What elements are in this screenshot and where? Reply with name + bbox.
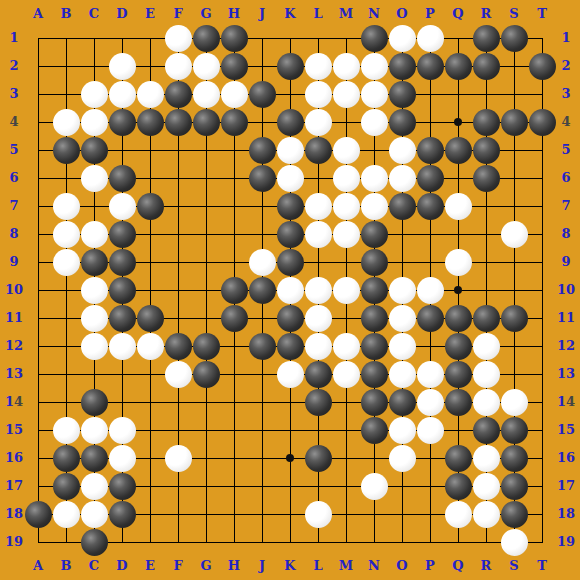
stone-white-B9[interactable] (53, 249, 80, 276)
stone-white-F2[interactable] (165, 53, 192, 80)
stone-black-O3[interactable] (389, 81, 416, 108)
stone-white-L18[interactable] (305, 501, 332, 528)
stone-white-O5[interactable] (389, 137, 416, 164)
stone-black-D17[interactable] (109, 473, 136, 500)
stone-black-J12[interactable] (249, 333, 276, 360)
stone-black-N8[interactable] (361, 221, 388, 248)
stone-black-Q17[interactable] (445, 473, 472, 500)
stone-black-H11[interactable] (221, 305, 248, 332)
row-label-right-14: 14 (552, 393, 580, 411)
stone-black-D9[interactable] (109, 249, 136, 276)
row-label-right-6: 6 (552, 169, 580, 187)
stone-black-A18[interactable] (25, 501, 52, 528)
col-label-bottom-P: P (416, 557, 444, 575)
col-label-bottom-J: J (248, 557, 276, 575)
row-label-left-8: 8 (0, 225, 28, 243)
col-label-top-N: N (360, 5, 388, 23)
star-point-Q10 (454, 286, 462, 294)
row-label-left-4: 4 (0, 113, 28, 131)
col-label-bottom-Q: Q (444, 557, 472, 575)
stone-white-O1[interactable] (389, 25, 416, 52)
stone-black-C9[interactable] (81, 249, 108, 276)
row-label-right-11: 11 (552, 309, 580, 327)
stone-white-Q9[interactable] (445, 249, 472, 276)
stone-white-P1[interactable] (417, 25, 444, 52)
stone-white-K6[interactable] (277, 165, 304, 192)
row-label-right-17: 17 (552, 477, 580, 495)
col-label-top-S: S (500, 5, 528, 23)
stone-black-Q12[interactable] (445, 333, 472, 360)
stone-white-C11[interactable] (81, 305, 108, 332)
row-label-left-7: 7 (0, 197, 28, 215)
stone-white-B15[interactable] (53, 417, 80, 444)
row-label-left-19: 19 (0, 533, 28, 551)
col-label-top-J: J (248, 5, 276, 23)
stone-white-G2[interactable] (193, 53, 220, 80)
stone-black-S4[interactable] (501, 109, 528, 136)
row-label-left-9: 9 (0, 253, 28, 271)
stone-black-K7[interactable] (277, 193, 304, 220)
col-label-bottom-F: F (164, 557, 192, 575)
stone-black-E7[interactable] (137, 193, 164, 220)
stone-black-R15[interactable] (473, 417, 500, 444)
stone-white-O16[interactable] (389, 445, 416, 472)
col-label-bottom-E: E (136, 557, 164, 575)
row-label-right-9: 9 (552, 253, 580, 271)
row-label-right-5: 5 (552, 141, 580, 159)
stone-black-R4[interactable] (473, 109, 500, 136)
stone-black-F3[interactable] (165, 81, 192, 108)
stone-black-N13[interactable] (361, 361, 388, 388)
row-label-right-2: 2 (552, 57, 580, 75)
row-label-right-3: 3 (552, 85, 580, 103)
stone-black-F4[interactable] (165, 109, 192, 136)
stone-black-R11[interactable] (473, 305, 500, 332)
stone-black-O4[interactable] (389, 109, 416, 136)
row-label-right-10: 10 (552, 281, 580, 299)
col-label-top-E: E (136, 5, 164, 23)
stone-white-C15[interactable] (81, 417, 108, 444)
stone-white-F1[interactable] (165, 25, 192, 52)
stone-white-F16[interactable] (165, 445, 192, 472)
stone-black-C16[interactable] (81, 445, 108, 472)
stone-white-O11[interactable] (389, 305, 416, 332)
stone-white-D16[interactable] (109, 445, 136, 472)
row-label-left-3: 3 (0, 85, 28, 103)
col-label-top-O: O (388, 5, 416, 23)
stone-black-Q16[interactable] (445, 445, 472, 472)
stone-white-M8[interactable] (333, 221, 360, 248)
col-label-bottom-O: O (388, 557, 416, 575)
stone-black-G12[interactable] (193, 333, 220, 360)
row-label-left-17: 17 (0, 477, 28, 495)
stone-white-K10[interactable] (277, 277, 304, 304)
goban: AABBCCDDEEFFGGHHJJKKLLMMNNOOPPQQRRSSTT11… (0, 0, 580, 580)
star-point-K16 (286, 454, 294, 462)
stone-white-C6[interactable] (81, 165, 108, 192)
row-label-left-13: 13 (0, 365, 28, 383)
stone-white-C10[interactable] (81, 277, 108, 304)
row-label-right-12: 12 (552, 337, 580, 355)
stone-white-B8[interactable] (53, 221, 80, 248)
col-label-top-F: F (164, 5, 192, 23)
stone-black-H1[interactable] (221, 25, 248, 52)
col-label-bottom-C: C (80, 557, 108, 575)
col-label-top-P: P (416, 5, 444, 23)
stone-white-R14[interactable] (473, 389, 500, 416)
stone-white-R16[interactable] (473, 445, 500, 472)
row-label-right-7: 7 (552, 197, 580, 215)
stone-black-K11[interactable] (277, 305, 304, 332)
stone-white-C4[interactable] (81, 109, 108, 136)
col-label-top-C: C (80, 5, 108, 23)
col-label-top-T: T (528, 5, 556, 23)
stone-white-M3[interactable] (333, 81, 360, 108)
stone-black-O2[interactable] (389, 53, 416, 80)
row-label-right-18: 18 (552, 505, 580, 523)
stone-black-N10[interactable] (361, 277, 388, 304)
row-label-left-5: 5 (0, 141, 28, 159)
stone-black-D4[interactable] (109, 109, 136, 136)
col-label-top-M: M (332, 5, 360, 23)
stone-white-O15[interactable] (389, 417, 416, 444)
col-label-bottom-T: T (528, 557, 556, 575)
stone-black-D8[interactable] (109, 221, 136, 248)
stone-black-C14[interactable] (81, 389, 108, 416)
row-label-left-15: 15 (0, 421, 28, 439)
stone-white-E12[interactable] (137, 333, 164, 360)
stone-black-N1[interactable] (361, 25, 388, 52)
stone-black-D18[interactable] (109, 501, 136, 528)
col-label-bottom-L: L (304, 557, 332, 575)
star-point-Q4 (454, 118, 462, 126)
stone-black-P7[interactable] (417, 193, 444, 220)
stone-white-F13[interactable] (165, 361, 192, 388)
stone-black-D6[interactable] (109, 165, 136, 192)
col-label-bottom-H: H (220, 557, 248, 575)
stone-black-R2[interactable] (473, 53, 500, 80)
stone-black-G1[interactable] (193, 25, 220, 52)
col-label-top-L: L (304, 5, 332, 23)
stone-white-Q18[interactable] (445, 501, 472, 528)
stone-white-S19[interactable] (501, 529, 528, 556)
stone-white-P14[interactable] (417, 389, 444, 416)
row-label-right-1: 1 (552, 29, 580, 47)
stone-white-L8[interactable] (305, 221, 332, 248)
stone-white-N6[interactable] (361, 165, 388, 192)
stone-white-C12[interactable] (81, 333, 108, 360)
stone-black-C5[interactable] (81, 137, 108, 164)
col-label-bottom-N: N (360, 557, 388, 575)
stone-black-N12[interactable] (361, 333, 388, 360)
stone-white-L4[interactable] (305, 109, 332, 136)
stone-white-N3[interactable] (361, 81, 388, 108)
row-label-right-13: 13 (552, 365, 580, 383)
stone-white-L7[interactable] (305, 193, 332, 220)
stone-black-O14[interactable] (389, 389, 416, 416)
stone-white-J9[interactable] (249, 249, 276, 276)
stone-white-C8[interactable] (81, 221, 108, 248)
stone-black-G4[interactable] (193, 109, 220, 136)
stone-black-P6[interactable] (417, 165, 444, 192)
stone-white-M10[interactable] (333, 277, 360, 304)
stone-white-D7[interactable] (109, 193, 136, 220)
row-label-right-8: 8 (552, 225, 580, 243)
stone-black-K2[interactable] (277, 53, 304, 80)
stone-white-P13[interactable] (417, 361, 444, 388)
stone-white-P10[interactable] (417, 277, 444, 304)
stone-black-S16[interactable] (501, 445, 528, 472)
stone-black-O7[interactable] (389, 193, 416, 220)
stone-white-O13[interactable] (389, 361, 416, 388)
row-label-right-16: 16 (552, 449, 580, 467)
stone-black-S11[interactable] (501, 305, 528, 332)
row-label-left-16: 16 (0, 449, 28, 467)
stone-black-N9[interactable] (361, 249, 388, 276)
col-label-top-G: G (192, 5, 220, 23)
stone-black-S15[interactable] (501, 417, 528, 444)
col-label-bottom-S: S (500, 557, 528, 575)
stone-white-L3[interactable] (305, 81, 332, 108)
stone-white-M12[interactable] (333, 333, 360, 360)
stone-white-S8[interactable] (501, 221, 528, 248)
col-label-top-R: R (472, 5, 500, 23)
stone-white-M6[interactable] (333, 165, 360, 192)
stone-white-B4[interactable] (53, 109, 80, 136)
stone-black-P5[interactable] (417, 137, 444, 164)
stone-black-H2[interactable] (221, 53, 248, 80)
stone-black-R6[interactable] (473, 165, 500, 192)
row-label-left-12: 12 (0, 337, 28, 355)
stone-black-R1[interactable] (473, 25, 500, 52)
stone-black-J3[interactable] (249, 81, 276, 108)
stone-white-D3[interactable] (109, 81, 136, 108)
stone-white-Q7[interactable] (445, 193, 472, 220)
stone-black-K12[interactable] (277, 333, 304, 360)
col-label-bottom-D: D (108, 557, 136, 575)
stone-white-M13[interactable] (333, 361, 360, 388)
stone-white-D12[interactable] (109, 333, 136, 360)
stone-white-G3[interactable] (193, 81, 220, 108)
stone-black-B17[interactable] (53, 473, 80, 500)
stone-black-N11[interactable] (361, 305, 388, 332)
row-label-left-11: 11 (0, 309, 28, 327)
stone-black-S18[interactable] (501, 501, 528, 528)
stone-white-H3[interactable] (221, 81, 248, 108)
stone-white-L10[interactable] (305, 277, 332, 304)
row-label-left-18: 18 (0, 505, 28, 523)
row-label-right-19: 19 (552, 533, 580, 551)
stone-white-D15[interactable] (109, 417, 136, 444)
stone-white-C17[interactable] (81, 473, 108, 500)
col-label-bottom-A: A (24, 557, 52, 575)
col-label-top-K: K (276, 5, 304, 23)
stone-white-R18[interactable] (473, 501, 500, 528)
stone-black-R5[interactable] (473, 137, 500, 164)
col-label-top-A: A (24, 5, 52, 23)
row-label-left-6: 6 (0, 169, 28, 187)
stone-black-F12[interactable] (165, 333, 192, 360)
stone-white-M2[interactable] (333, 53, 360, 80)
stone-white-L2[interactable] (305, 53, 332, 80)
col-label-bottom-R: R (472, 557, 500, 575)
stone-black-L14[interactable] (305, 389, 332, 416)
stone-white-L11[interactable] (305, 305, 332, 332)
stone-white-L12[interactable] (305, 333, 332, 360)
stone-black-E4[interactable] (137, 109, 164, 136)
stone-black-Q2[interactable] (445, 53, 472, 80)
stone-white-O6[interactable] (389, 165, 416, 192)
stone-white-N17[interactable] (361, 473, 388, 500)
stone-black-K4[interactable] (277, 109, 304, 136)
stone-black-N14[interactable] (361, 389, 388, 416)
col-label-top-Q: Q (444, 5, 472, 23)
stone-white-N7[interactable] (361, 193, 388, 220)
stone-white-D2[interactable] (109, 53, 136, 80)
stone-white-M7[interactable] (333, 193, 360, 220)
stone-black-D10[interactable] (109, 277, 136, 304)
stone-black-K8[interactable] (277, 221, 304, 248)
stone-black-L16[interactable] (305, 445, 332, 472)
stone-black-B16[interactable] (53, 445, 80, 472)
stone-black-J10[interactable] (249, 277, 276, 304)
row-label-right-4: 4 (552, 113, 580, 131)
stone-black-J5[interactable] (249, 137, 276, 164)
stone-white-O10[interactable] (389, 277, 416, 304)
stone-black-L5[interactable] (305, 137, 332, 164)
col-label-top-H: H (220, 5, 248, 23)
row-label-right-15: 15 (552, 421, 580, 439)
col-label-bottom-B: B (52, 557, 80, 575)
row-label-left-10: 10 (0, 281, 28, 299)
stone-black-P2[interactable] (417, 53, 444, 80)
stone-black-S17[interactable] (501, 473, 528, 500)
stone-black-Q14[interactable] (445, 389, 472, 416)
stone-black-Q11[interactable] (445, 305, 472, 332)
col-label-top-B: B (52, 5, 80, 23)
col-label-bottom-G: G (192, 557, 220, 575)
stone-white-S14[interactable] (501, 389, 528, 416)
stone-white-K13[interactable] (277, 361, 304, 388)
stone-black-K9[interactable] (277, 249, 304, 276)
stone-white-M5[interactable] (333, 137, 360, 164)
stone-black-H4[interactable] (221, 109, 248, 136)
stone-white-R17[interactable] (473, 473, 500, 500)
stone-black-E11[interactable] (137, 305, 164, 332)
stone-white-B7[interactable] (53, 193, 80, 220)
col-label-top-D: D (108, 5, 136, 23)
col-label-bottom-K: K (276, 557, 304, 575)
stone-black-N15[interactable] (361, 417, 388, 444)
stone-white-C3[interactable] (81, 81, 108, 108)
stone-black-P11[interactable] (417, 305, 444, 332)
stone-black-L13[interactable] (305, 361, 332, 388)
row-label-left-2: 2 (0, 57, 28, 75)
stone-white-B18[interactable] (53, 501, 80, 528)
stone-black-S1[interactable] (501, 25, 528, 52)
stone-white-C18[interactable] (81, 501, 108, 528)
stone-white-R13[interactable] (473, 361, 500, 388)
stone-black-Q5[interactable] (445, 137, 472, 164)
stone-white-R12[interactable] (473, 333, 500, 360)
row-label-left-1: 1 (0, 29, 28, 47)
stone-black-H10[interactable] (221, 277, 248, 304)
stone-black-G13[interactable] (193, 361, 220, 388)
col-label-bottom-M: M (332, 557, 360, 575)
stone-white-K5[interactable] (277, 137, 304, 164)
stone-white-O12[interactable] (389, 333, 416, 360)
stone-white-E3[interactable] (137, 81, 164, 108)
stone-white-N2[interactable] (361, 53, 388, 80)
stone-black-C19[interactable] (81, 529, 108, 556)
stone-white-N4[interactable] (361, 109, 388, 136)
stone-black-D11[interactable] (109, 305, 136, 332)
stone-white-P15[interactable] (417, 417, 444, 444)
stone-black-B5[interactable] (53, 137, 80, 164)
row-label-left-14: 14 (0, 393, 28, 411)
stone-black-J6[interactable] (249, 165, 276, 192)
stone-black-Q13[interactable] (445, 361, 472, 388)
